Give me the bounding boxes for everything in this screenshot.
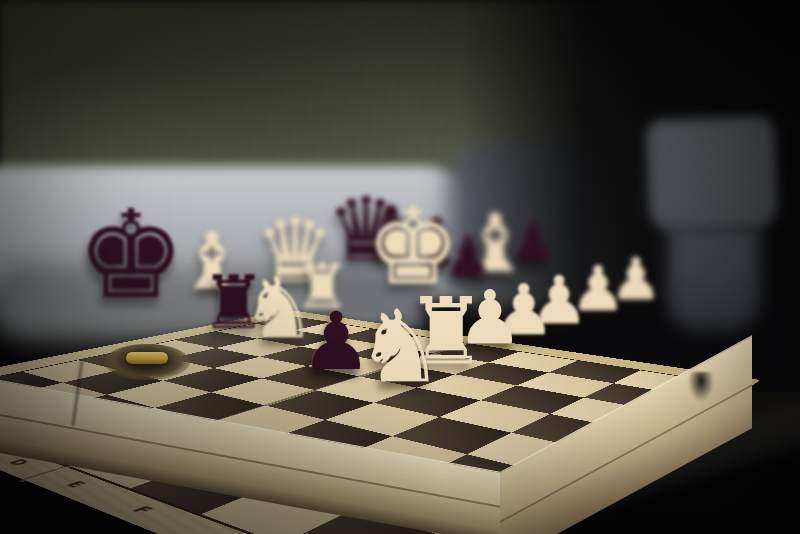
black-king[interactable]: ♚ <box>76 194 185 316</box>
photo-scene: ABCDEFGH 12345678 ♚♛♜♜♝♝♞♞♟♟♟♟♟♚♛♜♝♝♟♟♟ <box>0 0 800 534</box>
pieces-layer: ♚♛♜♜♝♝♞♞♟♟♟♟♟♚♛♜♝♝♟♟♟ <box>0 0 800 534</box>
white-knight-front[interactable]: ♞ <box>355 297 445 397</box>
